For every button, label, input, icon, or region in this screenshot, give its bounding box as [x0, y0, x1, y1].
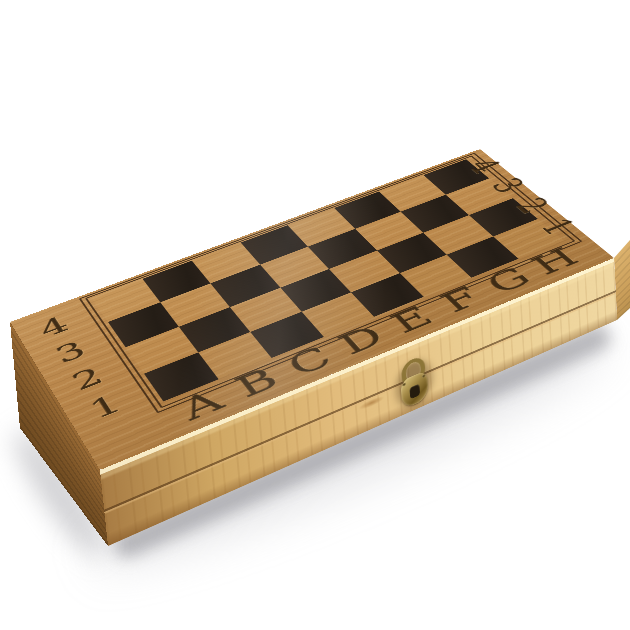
- chess-box-photo: ABCDEFGH12341234: [0, 0, 630, 630]
